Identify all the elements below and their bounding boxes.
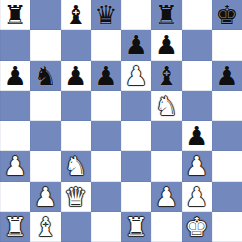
square-h5[interactable] (212, 91, 242, 121)
square-a6[interactable]: ♟ (0, 61, 30, 91)
square-g2[interactable]: ♟ (182, 182, 212, 212)
square-f6[interactable]: ♝ (151, 61, 181, 91)
square-c1[interactable] (61, 212, 91, 242)
square-f4[interactable] (151, 121, 181, 151)
piece-black-pawn: ♟ (155, 32, 178, 58)
piece-black-queen: ♛ (94, 2, 117, 28)
piece-white-pawn: ♟ (34, 184, 57, 210)
piece-white-king: ♚ (185, 214, 208, 240)
piece-black-pawn: ♟ (215, 63, 238, 89)
piece-black-bishop: ♝ (64, 2, 87, 28)
square-b2[interactable]: ♟ (30, 182, 60, 212)
piece-white-pawn: ♟ (155, 184, 178, 210)
square-a4[interactable] (0, 121, 30, 151)
piece-white-rook: ♜ (3, 214, 26, 240)
square-f2[interactable]: ♟ (151, 182, 181, 212)
square-b1[interactable]: ♝ (30, 212, 60, 242)
square-e8[interactable] (121, 0, 151, 30)
piece-black-pawn: ♟ (3, 63, 26, 89)
square-e7[interactable]: ♟ (121, 30, 151, 60)
square-g8[interactable] (182, 0, 212, 30)
piece-black-knight: ♞ (34, 63, 57, 89)
square-d7[interactable] (91, 30, 121, 60)
square-g3[interactable]: ♟ (182, 151, 212, 181)
square-d5[interactable] (91, 91, 121, 121)
square-b5[interactable] (30, 91, 60, 121)
square-g6[interactable] (182, 61, 212, 91)
piece-white-pawn: ♟ (185, 184, 208, 210)
square-a3[interactable]: ♟ (0, 151, 30, 181)
square-b7[interactable] (30, 30, 60, 60)
square-c2[interactable]: ♛ (61, 182, 91, 212)
square-d4[interactable] (91, 121, 121, 151)
piece-black-bishop: ♝ (155, 63, 178, 89)
piece-black-rook: ♜ (3, 2, 26, 28)
square-b6[interactable]: ♞ (30, 61, 60, 91)
square-g4[interactable]: ♟ (182, 121, 212, 151)
square-c7[interactable] (61, 30, 91, 60)
square-a2[interactable] (0, 182, 30, 212)
square-b8[interactable] (30, 0, 60, 30)
square-h7[interactable] (212, 30, 242, 60)
square-e1[interactable]: ♜ (121, 212, 151, 242)
square-d2[interactable] (91, 182, 121, 212)
square-a7[interactable] (0, 30, 30, 60)
square-d1[interactable] (91, 212, 121, 242)
square-c5[interactable] (61, 91, 91, 121)
square-e6[interactable]: ♟ (121, 61, 151, 91)
piece-black-rook: ♜ (155, 2, 178, 28)
square-f7[interactable]: ♟ (151, 30, 181, 60)
square-c8[interactable]: ♝ (61, 0, 91, 30)
square-f8[interactable]: ♜ (151, 0, 181, 30)
square-a8[interactable]: ♜ (0, 0, 30, 30)
square-f5[interactable]: ♞ (151, 91, 181, 121)
square-h8[interactable]: ♚ (212, 0, 242, 30)
piece-white-knight: ♞ (64, 153, 87, 179)
piece-white-rook: ♜ (124, 214, 147, 240)
square-e4[interactable] (121, 121, 151, 151)
square-h6[interactable]: ♟ (212, 61, 242, 91)
piece-white-pawn: ♟ (185, 153, 208, 179)
square-c6[interactable]: ♟ (61, 61, 91, 91)
square-a5[interactable] (0, 91, 30, 121)
square-h1[interactable] (212, 212, 242, 242)
square-e5[interactable] (121, 91, 151, 121)
piece-white-bishop: ♝ (34, 214, 57, 240)
square-e2[interactable] (121, 182, 151, 212)
piece-white-queen: ♛ (64, 184, 87, 210)
piece-black-pawn: ♟ (94, 63, 117, 89)
piece-white-pawn: ♟ (3, 153, 26, 179)
piece-black-pawn: ♟ (185, 123, 208, 149)
square-g7[interactable] (182, 30, 212, 60)
square-a1[interactable]: ♜ (0, 212, 30, 242)
square-c3[interactable]: ♞ (61, 151, 91, 181)
piece-white-pawn: ♟ (124, 63, 147, 89)
square-g5[interactable] (182, 91, 212, 121)
piece-black-king: ♚ (215, 2, 238, 28)
square-d3[interactable] (91, 151, 121, 181)
square-b4[interactable] (30, 121, 60, 151)
square-e3[interactable] (121, 151, 151, 181)
square-c4[interactable] (61, 121, 91, 151)
square-h3[interactable] (212, 151, 242, 181)
square-d6[interactable]: ♟ (91, 61, 121, 91)
square-g1[interactable]: ♚ (182, 212, 212, 242)
piece-white-knight: ♞ (155, 93, 178, 119)
square-h2[interactable] (212, 182, 242, 212)
square-b3[interactable] (30, 151, 60, 181)
piece-black-pawn: ♟ (124, 32, 147, 58)
square-h4[interactable] (212, 121, 242, 151)
piece-black-pawn: ♟ (64, 63, 87, 89)
square-d8[interactable]: ♛ (91, 0, 121, 30)
square-f3[interactable] (151, 151, 181, 181)
chess-board: ♜♝♛♜♚♟♟♟♞♟♟♟♝♟♞♟♟♞♟♟♛♟♟♜♝♜♚ (0, 0, 242, 242)
square-f1[interactable] (151, 212, 181, 242)
